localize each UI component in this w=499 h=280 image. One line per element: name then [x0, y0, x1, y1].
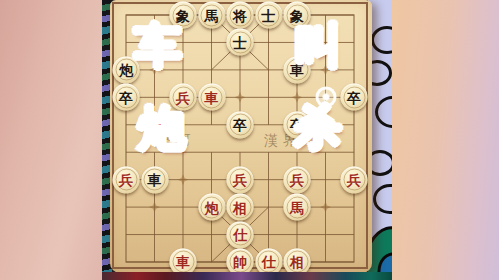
- piece-black[interactable]: 士: [255, 2, 282, 29]
- piece-glyph: 兵: [119, 173, 133, 187]
- caption-char: 叫: [295, 22, 342, 69]
- doodle-cloud-icon: [373, 184, 392, 214]
- piece-red[interactable]: 兵: [113, 166, 140, 193]
- decor-bottom-strip: [102, 272, 392, 280]
- piece-glyph: 兵: [347, 173, 361, 187]
- piece-glyph: 士: [262, 8, 276, 22]
- piece-black[interactable]: 卒: [341, 84, 368, 111]
- piece-red[interactable]: 仕: [227, 221, 254, 248]
- background-left: [0, 0, 106, 280]
- piece-glyph: 車: [176, 255, 190, 269]
- piece-black[interactable]: 車: [141, 166, 168, 193]
- piece-glyph: 仕: [233, 228, 247, 242]
- piece-glyph: 帥: [233, 255, 247, 269]
- piece-red[interactable]: 車: [198, 84, 225, 111]
- background-right: [392, 0, 499, 280]
- piece-glyph: 兵: [290, 173, 304, 187]
- piece-black[interactable]: 将: [227, 2, 254, 29]
- piece-glyph: 炮: [119, 63, 133, 77]
- screen: 楚河 漢界 象馬将士象士炮車卒兵車卒卒卒兵車兵兵兵炮相馬仕車帥仕相 车叫炮杀: [0, 0, 499, 280]
- piece-glyph: 相: [233, 200, 247, 214]
- piece-red[interactable]: 炮: [198, 194, 225, 221]
- doodle-cloud-icon: [375, 96, 392, 128]
- piece-glyph: 卒: [347, 90, 361, 104]
- piece-red[interactable]: 兵: [284, 166, 311, 193]
- piece-red[interactable]: 馬: [284, 194, 311, 221]
- piece-glyph: 兵: [233, 173, 247, 187]
- piece-glyph: 仕: [262, 255, 276, 269]
- caption-char: 车: [135, 22, 182, 69]
- piece-black[interactable]: 卒: [227, 111, 254, 138]
- piece-glyph: 卒: [119, 90, 133, 104]
- piece-red[interactable]: 兵: [341, 166, 368, 193]
- piece-glyph: 馬: [290, 200, 304, 214]
- piece-glyph: 相: [290, 255, 304, 269]
- piece-glyph: 将: [233, 8, 247, 22]
- piece-glyph: 卒: [233, 118, 247, 132]
- piece-glyph: 車: [148, 173, 162, 187]
- caption-char: 杀: [295, 103, 342, 150]
- caption-char: 炮: [139, 104, 186, 151]
- piece-glyph: 車: [205, 90, 219, 104]
- piece-red[interactable]: 兵: [227, 166, 254, 193]
- doodle-cloud-icon: [371, 26, 392, 54]
- piece-black[interactable]: 卒: [113, 84, 140, 111]
- piece-glyph: 士: [233, 35, 247, 49]
- piece-glyph: 馬: [205, 8, 219, 22]
- piece-black[interactable]: 馬: [198, 2, 225, 29]
- piece-red[interactable]: 相: [227, 194, 254, 221]
- piece-glyph: 炮: [205, 200, 219, 214]
- piece-black[interactable]: 士: [227, 29, 254, 56]
